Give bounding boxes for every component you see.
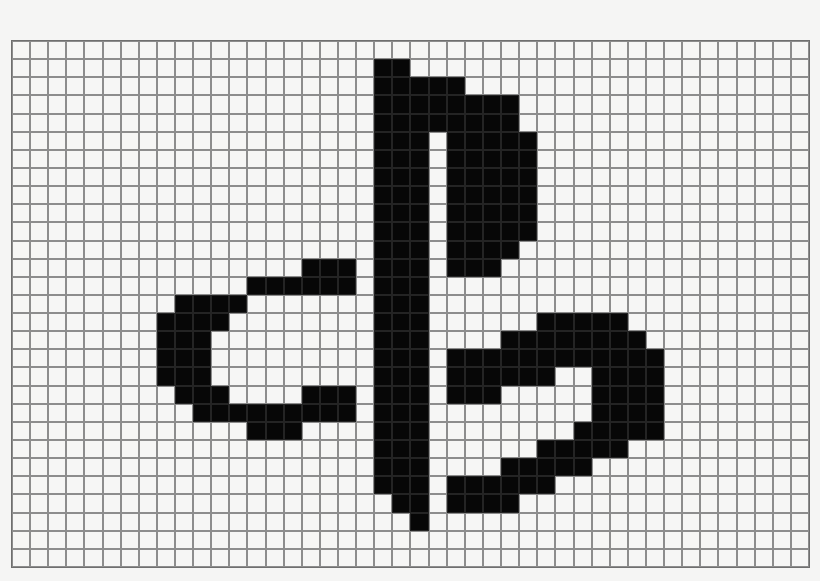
pixel-cell[interactable]: [121, 440, 139, 458]
pixel-cell[interactable]: [320, 186, 338, 204]
pixel-cell[interactable]: [48, 59, 66, 77]
pixel-cell[interactable]: [392, 150, 410, 168]
pixel-cell[interactable]: [718, 513, 736, 531]
pixel-cell[interactable]: [229, 114, 247, 132]
pixel-cell[interactable]: [737, 349, 755, 367]
pixel-cell[interactable]: [84, 313, 102, 331]
pixel-cell[interactable]: [773, 331, 791, 349]
pixel-cell[interactable]: [646, 386, 664, 404]
pixel-cell[interactable]: [447, 259, 465, 277]
pixel-cell[interactable]: [30, 259, 48, 277]
pixel-cell[interactable]: [247, 168, 265, 186]
pixel-cell[interactable]: [266, 277, 284, 295]
pixel-cell[interactable]: [737, 476, 755, 494]
pixel-cell[interactable]: [610, 386, 628, 404]
pixel-cell[interactable]: [193, 95, 211, 113]
pixel-cell[interactable]: [429, 222, 447, 240]
pixel-cell[interactable]: [700, 41, 718, 59]
pixel-cell[interactable]: [483, 476, 501, 494]
pixel-cell[interactable]: [610, 422, 628, 440]
pixel-cell[interactable]: [574, 59, 592, 77]
pixel-cell[interactable]: [410, 186, 428, 204]
pixel-cell[interactable]: [501, 313, 519, 331]
pixel-cell[interactable]: [48, 349, 66, 367]
pixel-cell[interactable]: [700, 422, 718, 440]
pixel-cell[interactable]: [302, 476, 320, 494]
pixel-cell[interactable]: [103, 222, 121, 240]
pixel-cell[interactable]: [284, 494, 302, 512]
pixel-cell[interactable]: [302, 277, 320, 295]
pixel-cell[interactable]: [12, 132, 30, 150]
pixel-cell[interactable]: [755, 422, 773, 440]
pixel-cell[interactable]: [103, 277, 121, 295]
pixel-cell[interactable]: [12, 59, 30, 77]
pixel-cell[interactable]: [175, 168, 193, 186]
pixel-cell[interactable]: [229, 150, 247, 168]
pixel-cell[interactable]: [773, 494, 791, 512]
pixel-cell[interactable]: [682, 549, 700, 567]
pixel-cell[interactable]: [211, 531, 229, 549]
pixel-cell[interactable]: [121, 222, 139, 240]
pixel-cell[interactable]: [610, 259, 628, 277]
pixel-cell[interactable]: [791, 204, 809, 222]
pixel-cell[interactable]: [157, 313, 175, 331]
pixel-cell[interactable]: [410, 59, 428, 77]
pixel-cell[interactable]: [682, 349, 700, 367]
pixel-cell[interactable]: [501, 77, 519, 95]
pixel-cell[interactable]: [429, 114, 447, 132]
pixel-cell[interactable]: [664, 77, 682, 95]
pixel-cell[interactable]: [121, 313, 139, 331]
pixel-cell[interactable]: [447, 513, 465, 531]
pixel-cell[interactable]: [483, 259, 501, 277]
pixel-cell[interactable]: [48, 313, 66, 331]
pixel-cell[interactable]: [229, 549, 247, 567]
pixel-cell[interactable]: [410, 494, 428, 512]
pixel-cell[interactable]: [410, 367, 428, 385]
pixel-cell[interactable]: [247, 349, 265, 367]
pixel-cell[interactable]: [447, 349, 465, 367]
pixel-cell[interactable]: [211, 259, 229, 277]
pixel-cell[interactable]: [664, 241, 682, 259]
pixel-cell[interactable]: [392, 241, 410, 259]
pixel-cell[interactable]: [555, 331, 573, 349]
pixel-cell[interactable]: [555, 367, 573, 385]
pixel-cell[interactable]: [610, 440, 628, 458]
pixel-cell[interactable]: [737, 150, 755, 168]
pixel-cell[interactable]: [30, 313, 48, 331]
pixel-cell[interactable]: [537, 204, 555, 222]
pixel-cell[interactable]: [84, 331, 102, 349]
pixel-cell[interactable]: [501, 277, 519, 295]
pixel-cell[interactable]: [410, 168, 428, 186]
pixel-cell[interactable]: [30, 531, 48, 549]
pixel-cell[interactable]: [175, 277, 193, 295]
pixel-cell[interactable]: [211, 386, 229, 404]
pixel-cell[interactable]: [737, 531, 755, 549]
pixel-cell[interactable]: [574, 386, 592, 404]
pixel-cell[interactable]: [646, 168, 664, 186]
pixel-cell[interactable]: [48, 367, 66, 385]
pixel-cell[interactable]: [646, 95, 664, 113]
pixel-cell[interactable]: [646, 259, 664, 277]
pixel-cell[interactable]: [84, 277, 102, 295]
pixel-cell[interactable]: [537, 313, 555, 331]
pixel-cell[interactable]: [429, 531, 447, 549]
pixel-cell[interactable]: [266, 114, 284, 132]
pixel-cell[interactable]: [574, 95, 592, 113]
pixel-cell[interactable]: [320, 241, 338, 259]
pixel-cell[interactable]: [103, 313, 121, 331]
pixel-cell[interactable]: [737, 241, 755, 259]
pixel-cell[interactable]: [718, 41, 736, 59]
pixel-cell[interactable]: [392, 41, 410, 59]
pixel-cell[interactable]: [229, 422, 247, 440]
pixel-cell[interactable]: [229, 295, 247, 313]
pixel-cell[interactable]: [519, 513, 537, 531]
pixel-cell[interactable]: [193, 494, 211, 512]
pixel-cell[interactable]: [465, 494, 483, 512]
pixel-cell[interactable]: [247, 531, 265, 549]
pixel-cell[interactable]: [718, 386, 736, 404]
pixel-cell[interactable]: [284, 150, 302, 168]
pixel-cell[interactable]: [447, 458, 465, 476]
pixel-cell[interactable]: [519, 95, 537, 113]
pixel-cell[interactable]: [519, 59, 537, 77]
pixel-cell[interactable]: [410, 41, 428, 59]
pixel-cell[interactable]: [447, 186, 465, 204]
pixel-cell[interactable]: [338, 367, 356, 385]
pixel-cell[interactable]: [175, 404, 193, 422]
pixel-cell[interactable]: [392, 77, 410, 95]
pixel-cell[interactable]: [356, 186, 374, 204]
pixel-cell[interactable]: [84, 150, 102, 168]
pixel-cell[interactable]: [103, 259, 121, 277]
pixel-cell[interactable]: [338, 458, 356, 476]
pixel-cell[interactable]: [48, 114, 66, 132]
pixel-cell[interactable]: [12, 404, 30, 422]
pixel-cell[interactable]: [610, 132, 628, 150]
pixel-cell[interactable]: [718, 476, 736, 494]
pixel-cell[interactable]: [555, 41, 573, 59]
pixel-cell[interactable]: [266, 440, 284, 458]
pixel-cell[interactable]: [592, 513, 610, 531]
pixel-cell[interactable]: [791, 59, 809, 77]
pixel-cell[interactable]: [555, 313, 573, 331]
pixel-cell[interactable]: [664, 41, 682, 59]
pixel-cell[interactable]: [628, 259, 646, 277]
pixel-cell[interactable]: [338, 313, 356, 331]
pixel-cell[interactable]: [410, 422, 428, 440]
pixel-cell[interactable]: [338, 186, 356, 204]
pixel-cell[interactable]: [646, 77, 664, 95]
pixel-cell[interactable]: [755, 41, 773, 59]
pixel-cell[interactable]: [537, 222, 555, 240]
pixel-cell[interactable]: [211, 476, 229, 494]
pixel-cell[interactable]: [374, 59, 392, 77]
pixel-cell[interactable]: [320, 404, 338, 422]
pixel-cell[interactable]: [374, 77, 392, 95]
pixel-cell[interactable]: [755, 186, 773, 204]
pixel-cell[interactable]: [392, 277, 410, 295]
pixel-cell[interactable]: [302, 367, 320, 385]
pixel-cell[interactable]: [519, 259, 537, 277]
pixel-cell[interactable]: [121, 458, 139, 476]
pixel-cell[interactable]: [374, 349, 392, 367]
pixel-cell[interactable]: [356, 204, 374, 222]
pixel-cell[interactable]: [139, 41, 157, 59]
pixel-cell[interactable]: [374, 241, 392, 259]
pixel-cell[interactable]: [410, 386, 428, 404]
pixel-cell[interactable]: [791, 331, 809, 349]
pixel-cell[interactable]: [211, 513, 229, 531]
pixel-cell[interactable]: [773, 531, 791, 549]
pixel-cell[interactable]: [320, 132, 338, 150]
pixel-cell[interactable]: [320, 114, 338, 132]
pixel-cell[interactable]: [773, 204, 791, 222]
pixel-cell[interactable]: [84, 95, 102, 113]
pixel-cell[interactable]: [193, 132, 211, 150]
pixel-cell[interactable]: [338, 440, 356, 458]
pixel-cell[interactable]: [574, 367, 592, 385]
pixel-cell[interactable]: [429, 95, 447, 113]
pixel-cell[interactable]: [682, 313, 700, 331]
pixel-cell[interactable]: [791, 458, 809, 476]
pixel-cell[interactable]: [755, 476, 773, 494]
pixel-cell[interactable]: [157, 295, 175, 313]
pixel-cell[interactable]: [121, 367, 139, 385]
pixel-cell[interactable]: [646, 277, 664, 295]
pixel-cell[interactable]: [555, 204, 573, 222]
pixel-cell[interactable]: [429, 513, 447, 531]
pixel-cell[interactable]: [592, 241, 610, 259]
pixel-cell[interactable]: [628, 186, 646, 204]
pixel-cell[interactable]: [157, 422, 175, 440]
pixel-cell[interactable]: [229, 531, 247, 549]
pixel-cell[interactable]: [66, 367, 84, 385]
pixel-cell[interactable]: [592, 168, 610, 186]
pixel-cell[interactable]: [610, 168, 628, 186]
pixel-cell[interactable]: [247, 150, 265, 168]
pixel-cell[interactable]: [483, 422, 501, 440]
pixel-cell[interactable]: [284, 458, 302, 476]
pixel-cell[interactable]: [718, 367, 736, 385]
pixel-cell[interactable]: [193, 458, 211, 476]
pixel-cell[interactable]: [338, 331, 356, 349]
pixel-cell[interactable]: [465, 204, 483, 222]
pixel-cell[interactable]: [664, 331, 682, 349]
pixel-cell[interactable]: [374, 367, 392, 385]
pixel-cell[interactable]: [628, 59, 646, 77]
pixel-cell[interactable]: [175, 95, 193, 113]
pixel-cell[interactable]: [266, 458, 284, 476]
pixel-cell[interactable]: [574, 277, 592, 295]
pixel-cell[interactable]: [519, 150, 537, 168]
pixel-cell[interactable]: [121, 513, 139, 531]
pixel-cell[interactable]: [410, 549, 428, 567]
pixel-cell[interactable]: [211, 132, 229, 150]
pixel-cell[interactable]: [284, 241, 302, 259]
pixel-cell[interactable]: [139, 440, 157, 458]
pixel-cell[interactable]: [682, 77, 700, 95]
pixel-cell[interactable]: [646, 132, 664, 150]
pixel-cell[interactable]: [410, 513, 428, 531]
pixel-cell[interactable]: [139, 168, 157, 186]
pixel-cell[interactable]: [284, 259, 302, 277]
pixel-cell[interactable]: [356, 77, 374, 95]
pixel-cell[interactable]: [610, 349, 628, 367]
pixel-cell[interactable]: [392, 168, 410, 186]
pixel-cell[interactable]: [338, 531, 356, 549]
pixel-cell[interactable]: [84, 494, 102, 512]
pixel-cell[interactable]: [773, 132, 791, 150]
pixel-cell[interactable]: [429, 132, 447, 150]
pixel-cell[interactable]: [519, 349, 537, 367]
pixel-cell[interactable]: [338, 513, 356, 531]
pixel-cell[interactable]: [646, 513, 664, 531]
pixel-cell[interactable]: [465, 386, 483, 404]
pixel-cell[interactable]: [266, 59, 284, 77]
pixel-cell[interactable]: [718, 331, 736, 349]
pixel-cell[interactable]: [103, 295, 121, 313]
pixel-cell[interactable]: [175, 367, 193, 385]
pixel-cell[interactable]: [320, 313, 338, 331]
pixel-cell[interactable]: [157, 513, 175, 531]
pixel-cell[interactable]: [84, 422, 102, 440]
pixel-cell[interactable]: [374, 204, 392, 222]
pixel-cell[interactable]: [501, 204, 519, 222]
pixel-cell[interactable]: [247, 404, 265, 422]
pixel-cell[interactable]: [429, 440, 447, 458]
pixel-cell[interactable]: [84, 241, 102, 259]
pixel-cell[interactable]: [700, 259, 718, 277]
pixel-cell[interactable]: [66, 386, 84, 404]
pixel-cell[interactable]: [175, 150, 193, 168]
pixel-cell[interactable]: [266, 422, 284, 440]
pixel-cell[interactable]: [247, 241, 265, 259]
pixel-cell[interactable]: [447, 313, 465, 331]
pixel-cell[interactable]: [266, 204, 284, 222]
pixel-cell[interactable]: [157, 241, 175, 259]
pixel-cell[interactable]: [646, 114, 664, 132]
pixel-cell[interactable]: [592, 277, 610, 295]
pixel-cell[interactable]: [302, 186, 320, 204]
pixel-cell[interactable]: [356, 331, 374, 349]
pixel-cell[interactable]: [628, 349, 646, 367]
pixel-cell[interactable]: [338, 404, 356, 422]
pixel-cell[interactable]: [302, 241, 320, 259]
pixel-cell[interactable]: [501, 404, 519, 422]
pixel-cell[interactable]: [30, 186, 48, 204]
pixel-cell[interactable]: [773, 422, 791, 440]
pixel-cell[interactable]: [175, 241, 193, 259]
pixel-cell[interactable]: [700, 404, 718, 422]
pixel-cell[interactable]: [302, 404, 320, 422]
pixel-cell[interactable]: [302, 295, 320, 313]
pixel-cell[interactable]: [193, 386, 211, 404]
pixel-cell[interactable]: [465, 186, 483, 204]
pixel-cell[interactable]: [211, 59, 229, 77]
pixel-cell[interactable]: [84, 440, 102, 458]
pixel-cell[interactable]: [718, 95, 736, 113]
pixel-cell[interactable]: [429, 404, 447, 422]
pixel-cell[interactable]: [139, 422, 157, 440]
pixel-cell[interactable]: [682, 422, 700, 440]
pixel-cell[interactable]: [755, 313, 773, 331]
pixel-cell[interactable]: [157, 204, 175, 222]
pixel-cell[interactable]: [284, 549, 302, 567]
pixel-cell[interactable]: [610, 186, 628, 204]
pixel-cell[interactable]: [12, 367, 30, 385]
pixel-cell[interactable]: [121, 204, 139, 222]
pixel-cell[interactable]: [773, 41, 791, 59]
pixel-cell[interactable]: [356, 404, 374, 422]
pixel-cell[interactable]: [537, 531, 555, 549]
pixel-cell[interactable]: [410, 349, 428, 367]
pixel-cell[interactable]: [211, 222, 229, 240]
pixel-cell[interactable]: [157, 458, 175, 476]
pixel-cell[interactable]: [610, 59, 628, 77]
pixel-cell[interactable]: [447, 440, 465, 458]
pixel-cell[interactable]: [338, 295, 356, 313]
pixel-cell[interactable]: [211, 494, 229, 512]
pixel-cell[interactable]: [501, 150, 519, 168]
pixel-cell[interactable]: [519, 331, 537, 349]
pixel-cell[interactable]: [682, 458, 700, 476]
pixel-cell[interactable]: [555, 132, 573, 150]
pixel-cell[interactable]: [555, 114, 573, 132]
pixel-cell[interactable]: [247, 458, 265, 476]
pixel-cell[interactable]: [610, 549, 628, 567]
pixel-cell[interactable]: [193, 77, 211, 95]
pixel-cell[interactable]: [646, 494, 664, 512]
pixel-cell[interactable]: [121, 349, 139, 367]
pixel-cell[interactable]: [157, 404, 175, 422]
pixel-cell[interactable]: [737, 204, 755, 222]
pixel-cell[interactable]: [175, 204, 193, 222]
pixel-cell[interactable]: [646, 41, 664, 59]
pixel-cell[interactable]: [501, 513, 519, 531]
pixel-cell[interactable]: [773, 404, 791, 422]
pixel-cell[interactable]: [700, 168, 718, 186]
pixel-cell[interactable]: [483, 386, 501, 404]
pixel-cell[interactable]: [392, 386, 410, 404]
pixel-cell[interactable]: [574, 114, 592, 132]
pixel-cell[interactable]: [429, 77, 447, 95]
pixel-cell[interactable]: [284, 440, 302, 458]
pixel-cell[interactable]: [537, 132, 555, 150]
pixel-cell[interactable]: [610, 367, 628, 385]
pixel-cell[interactable]: [338, 95, 356, 113]
pixel-cell[interactable]: [755, 494, 773, 512]
pixel-cell[interactable]: [121, 186, 139, 204]
pixel-cell[interactable]: [737, 59, 755, 77]
pixel-cell[interactable]: [66, 404, 84, 422]
pixel-cell[interactable]: [646, 549, 664, 567]
pixel-cell[interactable]: [247, 204, 265, 222]
pixel-cell[interactable]: [447, 531, 465, 549]
pixel-cell[interactable]: [755, 440, 773, 458]
pixel-cell[interactable]: [574, 132, 592, 150]
pixel-cell[interactable]: [266, 95, 284, 113]
pixel-cell[interactable]: [84, 186, 102, 204]
pixel-cell[interactable]: [266, 513, 284, 531]
pixel-cell[interactable]: [229, 186, 247, 204]
pixel-cell[interactable]: [392, 331, 410, 349]
pixel-cell[interactable]: [483, 95, 501, 113]
pixel-cell[interactable]: [374, 313, 392, 331]
pixel-cell[interactable]: [392, 186, 410, 204]
